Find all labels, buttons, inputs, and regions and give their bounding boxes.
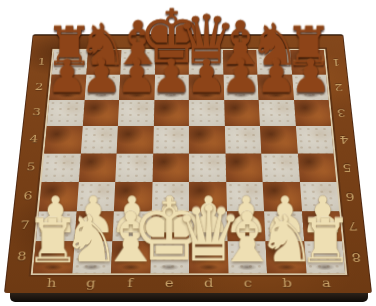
chess-board: ♜♞♝♚♛♝♞♜♟♟♟♟♟♟♟♟♟♟♟♟♟♟♟♟♜♞♝♚♛♝♞♜ 1234567… [4, 34, 372, 293]
square-h5[interactable] [42, 153, 81, 181]
square-a3[interactable] [294, 100, 331, 126]
square-a5[interactable] [297, 153, 336, 181]
square-f3[interactable] [118, 100, 154, 126]
file-label-f: f [110, 277, 150, 289]
rank-label-left-4: 4 [24, 134, 43, 144]
square-d2[interactable]: ♟ [189, 74, 224, 99]
square-d4[interactable] [189, 126, 225, 153]
rank-label-left-6: 6 [18, 190, 38, 201]
rank-label-left-8: 8 [11, 251, 32, 263]
square-d5[interactable] [189, 153, 226, 181]
square-f4[interactable] [117, 126, 154, 153]
square-e2[interactable]: ♟ [154, 74, 189, 99]
file-label-d: d [189, 277, 228, 289]
rank-label-left-5: 5 [21, 162, 41, 173]
board-grid: ♜♞♝♚♛♝♞♜♟♟♟♟♟♟♟♟♟♟♟♟♟♟♟♟♜♞♝♚♛♝♞♜ [33, 50, 345, 273]
square-d3[interactable] [189, 100, 225, 126]
board-scene: ♜♞♝♚♛♝♞♜♟♟♟♟♟♟♟♟♟♟♟♟♟♟♟♟♜♞♝♚♛♝♞♜ 1234567… [4, 34, 372, 293]
file-label-e: e [150, 277, 189, 289]
square-e5[interactable] [152, 153, 189, 181]
square-g4[interactable] [80, 126, 117, 153]
rank-label-right-1: 1 [327, 57, 345, 66]
rank-label-right-8: 8 [346, 251, 367, 263]
file-label-c: c [228, 277, 268, 289]
rank-label-right-7: 7 [343, 220, 363, 231]
square-c4[interactable] [224, 126, 261, 153]
square-e3[interactable] [153, 100, 189, 126]
rank-label-right-4: 4 [334, 134, 353, 144]
square-b2[interactable]: ♟ [257, 74, 293, 99]
rank-label-left-7: 7 [15, 220, 35, 231]
file-label-g: g [71, 277, 111, 289]
square-f5[interactable] [115, 153, 153, 181]
file-label-h: h [31, 277, 71, 289]
square-c5[interactable] [225, 153, 263, 181]
square-b5[interactable] [261, 153, 299, 181]
piece-dark-pawn[interactable]: ♟ [290, 53, 331, 99]
square-g2[interactable]: ♟ [84, 74, 120, 99]
square-a4[interactable] [295, 126, 333, 153]
square-b3[interactable] [259, 100, 296, 126]
rank-label-right-2: 2 [329, 82, 348, 92]
square-c3[interactable] [224, 100, 260, 126]
rank-label-right-5: 5 [337, 162, 357, 173]
rank-label-left-1: 1 [33, 57, 51, 66]
square-a8[interactable]: ♜ [304, 242, 345, 274]
square-e4[interactable] [153, 126, 189, 153]
square-g3[interactable] [82, 100, 119, 126]
file-label-a: a [306, 277, 346, 289]
square-h4[interactable] [44, 126, 82, 153]
square-c2[interactable]: ♟ [223, 74, 259, 99]
square-b4[interactable] [260, 126, 297, 153]
rank-label-left-2: 2 [30, 82, 48, 92]
square-f2[interactable]: ♟ [119, 74, 154, 99]
file-label-b: b [267, 277, 307, 289]
rank-label-left-3: 3 [27, 108, 46, 118]
board-edge-side [10, 293, 368, 302]
rank-label-right-6: 6 [340, 190, 360, 201]
square-g5[interactable] [78, 153, 116, 181]
rank-label-right-3: 3 [332, 108, 351, 118]
square-a2[interactable]: ♟ [292, 74, 329, 99]
square-h3[interactable] [47, 100, 84, 126]
